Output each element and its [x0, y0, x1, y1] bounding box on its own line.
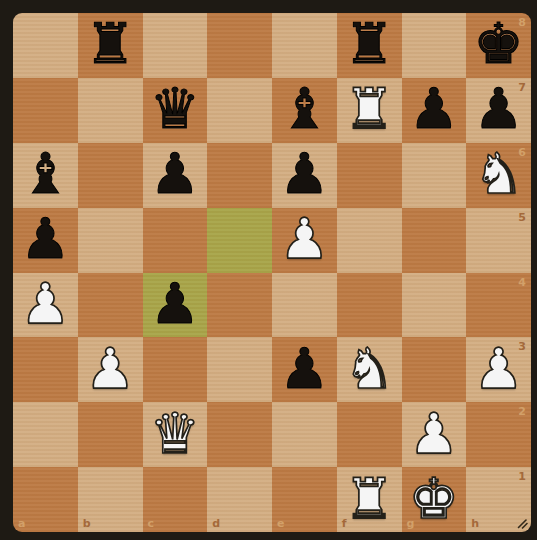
- white-rook[interactable]: ♜: [344, 471, 394, 527]
- white-queen[interactable]: ♛: [150, 406, 200, 462]
- square-b5[interactable]: [78, 208, 143, 273]
- white-knight[interactable]: ♞: [474, 146, 524, 202]
- square-g7[interactable]: ♟: [402, 78, 467, 143]
- square-g2[interactable]: ♟: [402, 402, 467, 467]
- square-f8[interactable]: ♜: [337, 13, 402, 78]
- black-rook[interactable]: ♜: [85, 16, 135, 72]
- file-label-b: b: [83, 518, 91, 529]
- square-b7[interactable]: [78, 78, 143, 143]
- square-h3[interactable]: ♟3: [466, 337, 531, 402]
- square-f2[interactable]: [337, 402, 402, 467]
- square-a4[interactable]: ♟: [13, 273, 78, 338]
- square-a6[interactable]: ♝: [13, 143, 78, 208]
- file-label-a: a: [18, 518, 25, 529]
- file-label-h: h: [471, 518, 479, 529]
- square-a2[interactable]: [13, 402, 78, 467]
- square-c3[interactable]: [143, 337, 208, 402]
- resize-corner-icon[interactable]: [515, 516, 529, 530]
- square-c1[interactable]: c: [143, 467, 208, 532]
- black-king[interactable]: ♚: [474, 16, 524, 72]
- square-d5[interactable]: [207, 208, 272, 273]
- square-a1[interactable]: a: [13, 467, 78, 532]
- white-pawn[interactable]: ♟: [85, 341, 135, 397]
- white-king[interactable]: ♚: [409, 471, 459, 527]
- square-e7[interactable]: ♝: [272, 78, 337, 143]
- square-b8[interactable]: ♜: [78, 13, 143, 78]
- rank-label-6: 6: [518, 147, 526, 158]
- rank-label-3: 3: [518, 341, 526, 352]
- black-bishop[interactable]: ♝: [20, 146, 70, 202]
- square-f6[interactable]: [337, 143, 402, 208]
- black-pawn[interactable]: ♟: [20, 211, 70, 267]
- square-h2[interactable]: 2: [466, 402, 531, 467]
- black-rook[interactable]: ♜: [344, 16, 394, 72]
- rank-label-2: 2: [518, 406, 526, 417]
- white-pawn[interactable]: ♟: [20, 276, 70, 332]
- white-pawn[interactable]: ♟: [409, 406, 459, 462]
- square-a5[interactable]: ♟: [13, 208, 78, 273]
- square-f1[interactable]: ♜f: [337, 467, 402, 532]
- white-pawn[interactable]: ♟: [474, 341, 524, 397]
- square-h4[interactable]: 4: [466, 273, 531, 338]
- black-pawn[interactable]: ♟: [279, 146, 329, 202]
- square-f4[interactable]: [337, 273, 402, 338]
- square-e8[interactable]: [272, 13, 337, 78]
- square-a8[interactable]: [13, 13, 78, 78]
- square-c4[interactable]: ♟: [143, 273, 208, 338]
- chess-board: ♜♜♚8♛♝♜♟♟7♝♟♟♞6♟♟5♟♟4♟♟♞♟3♛♟2abcde♜f♚g1h: [13, 13, 531, 532]
- rank-label-7: 7: [518, 82, 526, 93]
- square-g1[interactable]: ♚g: [402, 467, 467, 532]
- square-e6[interactable]: ♟: [272, 143, 337, 208]
- square-a3[interactable]: [13, 337, 78, 402]
- white-knight[interactable]: ♞: [344, 341, 394, 397]
- square-e3[interactable]: ♟: [272, 337, 337, 402]
- file-label-f: f: [342, 518, 347, 529]
- square-c8[interactable]: [143, 13, 208, 78]
- square-c7[interactable]: ♛: [143, 78, 208, 143]
- square-b2[interactable]: [78, 402, 143, 467]
- chess-board-container: ♜♜♚8♛♝♜♟♟7♝♟♟♞6♟♟5♟♟4♟♟♞♟3♛♟2abcde♜f♚g1h: [13, 13, 531, 532]
- square-d3[interactable]: [207, 337, 272, 402]
- square-d7[interactable]: [207, 78, 272, 143]
- square-b6[interactable]: [78, 143, 143, 208]
- black-pawn[interactable]: ♟: [150, 276, 200, 332]
- file-label-g: g: [407, 518, 415, 529]
- file-label-d: d: [212, 518, 220, 529]
- square-a7[interactable]: [13, 78, 78, 143]
- square-h8[interactable]: ♚8: [466, 13, 531, 78]
- square-c6[interactable]: ♟: [143, 143, 208, 208]
- black-queen[interactable]: ♛: [150, 81, 200, 137]
- square-d2[interactable]: [207, 402, 272, 467]
- rank-label-8: 8: [518, 17, 526, 28]
- square-b4[interactable]: [78, 273, 143, 338]
- black-bishop[interactable]: ♝: [279, 81, 329, 137]
- square-d4[interactable]: [207, 273, 272, 338]
- square-e2[interactable]: [272, 402, 337, 467]
- white-rook[interactable]: ♜: [344, 81, 394, 137]
- black-pawn[interactable]: ♟: [279, 341, 329, 397]
- square-c2[interactable]: ♛: [143, 402, 208, 467]
- square-h7[interactable]: ♟7: [466, 78, 531, 143]
- rank-label-1: 1: [518, 471, 526, 482]
- square-d8[interactable]: [207, 13, 272, 78]
- square-g5[interactable]: [402, 208, 467, 273]
- square-g3[interactable]: [402, 337, 467, 402]
- square-f5[interactable]: [337, 208, 402, 273]
- file-label-e: e: [277, 518, 284, 529]
- square-c5[interactable]: [143, 208, 208, 273]
- black-pawn[interactable]: ♟: [474, 81, 524, 137]
- square-h6[interactable]: ♞6: [466, 143, 531, 208]
- square-b1[interactable]: b: [78, 467, 143, 532]
- square-f7[interactable]: ♜: [337, 78, 402, 143]
- rank-label-4: 4: [518, 277, 526, 288]
- white-pawn[interactable]: ♟: [279, 211, 329, 267]
- square-e1[interactable]: e: [272, 467, 337, 532]
- square-e5[interactable]: ♟: [272, 208, 337, 273]
- file-label-c: c: [148, 518, 155, 529]
- square-f3[interactable]: ♞: [337, 337, 402, 402]
- square-e4[interactable]: [272, 273, 337, 338]
- square-d6[interactable]: [207, 143, 272, 208]
- rank-label-5: 5: [518, 212, 526, 223]
- square-d1[interactable]: d: [207, 467, 272, 532]
- square-g4[interactable]: [402, 273, 467, 338]
- black-pawn[interactable]: ♟: [409, 81, 459, 137]
- square-g8[interactable]: [402, 13, 467, 78]
- black-pawn[interactable]: ♟: [150, 146, 200, 202]
- square-b3[interactable]: ♟: [78, 337, 143, 402]
- square-g6[interactable]: [402, 143, 467, 208]
- square-h5[interactable]: 5: [466, 208, 531, 273]
